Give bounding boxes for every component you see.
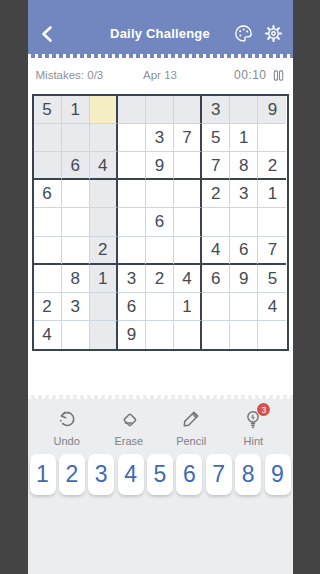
sudoku-cell-r4c2[interactable] (62, 180, 90, 208)
sudoku-cell-r9c1[interactable]: 4 (34, 321, 62, 349)
status-row: Mistakes: 0/3 Apr 13 00:10 (36, 58, 285, 94)
pencil-icon (180, 408, 202, 430)
undo-button[interactable]: Undo (41, 408, 93, 447)
sudoku-cell-r6c2[interactable] (62, 237, 90, 265)
undo-icon (56, 408, 78, 430)
sudoku-cell-r3c7[interactable]: 7 (202, 152, 230, 180)
nav-actions (233, 23, 284, 48)
sudoku-cell-r8c1[interactable]: 2 (34, 293, 62, 321)
sudoku-cell-r2c2[interactable] (62, 124, 90, 152)
sudoku-app: Daily Challenge (28, 0, 293, 574)
sudoku-cell-r4c1[interactable]: 6 (34, 180, 62, 208)
sudoku-cell-r8c4[interactable]: 6 (118, 293, 146, 321)
sudoku-cell-r7c2[interactable]: 8 (62, 265, 90, 293)
sudoku-cell-r5c6[interactable] (174, 208, 202, 236)
sudoku-cell-r1c1[interactable]: 5 (34, 96, 62, 124)
sudoku-cell-r8c7[interactable] (202, 293, 230, 321)
eraser-icon (118, 408, 140, 430)
sudoku-cell-r5c1[interactable] (34, 208, 62, 236)
sudoku-cell-r3c8[interactable]: 8 (230, 152, 258, 180)
sudoku-cell-r1c3[interactable] (90, 96, 118, 124)
sudoku-cell-r4c3[interactable] (90, 180, 118, 208)
sudoku-cell-r7c7[interactable]: 6 (202, 265, 230, 293)
sudoku-cell-r2c8[interactable]: 1 (230, 124, 258, 152)
sudoku-cell-r8c9[interactable]: 4 (258, 293, 286, 321)
sudoku-cell-r7c5[interactable]: 2 (146, 265, 174, 293)
sudoku-cell-r7c9[interactable]: 5 (258, 265, 286, 293)
sudoku-cell-r9c4[interactable]: 9 (118, 321, 146, 349)
hint-count-badge: 3 (257, 403, 270, 416)
sudoku-cell-r2c1[interactable] (34, 124, 62, 152)
sudoku-cell-r4c5[interactable] (146, 180, 174, 208)
sudoku-cell-r6c8[interactable]: 6 (230, 237, 258, 265)
sudoku-cell-r5c7[interactable] (202, 208, 230, 236)
sudoku-cell-r1c9[interactable]: 9 (258, 96, 286, 124)
pencil-button[interactable]: Pencil (165, 408, 217, 447)
numpad-key-4[interactable]: 4 (118, 454, 144, 495)
sudoku-cell-r6c7[interactable]: 4 (202, 237, 230, 265)
erase-label: Erase (115, 435, 144, 447)
undo-label: Undo (53, 435, 79, 447)
sudoku-cell-r9c9[interactable] (258, 321, 286, 349)
header: Daily Challenge (28, 0, 293, 54)
sudoku-cell-r5c2[interactable] (62, 208, 90, 236)
erase-button[interactable]: Erase (103, 408, 155, 447)
sudoku-grid: 51393751649782623162467813246952361449 (32, 94, 289, 351)
number-pad: 123456789 (28, 454, 293, 495)
nav-bar: Daily Challenge (28, 23, 293, 47)
pause-icon[interactable] (272, 69, 285, 82)
sudoku-cell-r3c1[interactable] (34, 152, 62, 180)
palette-icon (233, 23, 254, 44)
sudoku-cell-r4c6[interactable] (174, 180, 202, 208)
sudoku-cell-r6c5[interactable] (146, 237, 174, 265)
sudoku-cell-r1c5[interactable] (146, 96, 174, 124)
sudoku-cell-r1c8[interactable] (230, 96, 258, 124)
sudoku-cell-r1c4[interactable] (118, 96, 146, 124)
sudoku-cell-r6c3[interactable]: 2 (90, 237, 118, 265)
timer-value: 00:10 (234, 68, 267, 82)
numpad-key-2[interactable]: 2 (59, 454, 85, 495)
sudoku-cell-r9c3[interactable] (90, 321, 118, 349)
sudoku-cell-r1c6[interactable] (174, 96, 202, 124)
sudoku-cell-r6c9[interactable]: 7 (258, 237, 286, 265)
sudoku-cell-r5c9[interactable] (258, 208, 286, 236)
sudoku-cell-r3c3[interactable]: 4 (90, 152, 118, 180)
sudoku-cell-r4c8[interactable]: 3 (230, 180, 258, 208)
sudoku-cell-r2c7[interactable]: 5 (202, 124, 230, 152)
settings-button[interactable] (263, 23, 284, 48)
sudoku-cell-r6c6[interactable] (174, 237, 202, 265)
sudoku-cell-r7c1[interactable] (34, 265, 62, 293)
sudoku-cell-r3c5[interactable]: 9 (146, 152, 174, 180)
sudoku-cell-r3c9[interactable]: 2 (258, 152, 286, 180)
sudoku-cell-r3c4[interactable] (118, 152, 146, 180)
sudoku-cell-r2c9[interactable] (258, 124, 286, 152)
sudoku-cell-r1c2[interactable]: 1 (62, 96, 90, 124)
theme-palette-button[interactable] (233, 23, 254, 48)
sudoku-cell-r4c4[interactable] (118, 180, 146, 208)
sudoku-cell-r7c8[interactable]: 9 (230, 265, 258, 293)
timer-group: 00:10 (234, 68, 285, 82)
footer: Undo Erase Pencil 3 (28, 395, 293, 574)
sudoku-cell-r5c4[interactable] (118, 208, 146, 236)
sudoku-cell-r2c6[interactable]: 7 (174, 124, 202, 152)
sudoku-cell-r6c4[interactable] (118, 237, 146, 265)
sudoku-cell-r5c5[interactable]: 6 (146, 208, 174, 236)
numpad-key-1[interactable]: 1 (30, 454, 56, 495)
sudoku-cell-r9c7[interactable] (202, 321, 230, 349)
sudoku-cell-r8c8[interactable] (230, 293, 258, 321)
sudoku-cell-r7c4[interactable]: 3 (118, 265, 146, 293)
sudoku-cell-r3c2[interactable]: 6 (62, 152, 90, 180)
gear-icon (263, 23, 284, 44)
toolbar: Undo Erase Pencil 3 (28, 399, 293, 447)
numpad-key-3[interactable]: 3 (88, 454, 114, 495)
sudoku-cell-r8c2[interactable]: 3 (62, 293, 90, 321)
sudoku-cell-r7c6[interactable]: 4 (174, 265, 202, 293)
sudoku-cell-r1c7[interactable]: 3 (202, 96, 230, 124)
hint-button[interactable]: 3 Hint (227, 408, 279, 447)
sudoku-cell-r2c5[interactable]: 3 (146, 124, 174, 152)
sudoku-cell-r9c8[interactable] (230, 321, 258, 349)
sudoku-cell-r7c3[interactable]: 1 (90, 265, 118, 293)
sudoku-cell-r5c3[interactable] (90, 208, 118, 236)
sudoku-cell-r8c6[interactable]: 1 (174, 293, 202, 321)
sudoku-cell-r8c5[interactable] (146, 293, 174, 321)
pencil-label: Pencil (176, 435, 206, 447)
numpad-key-7[interactable]: 7 (206, 454, 232, 495)
sudoku-cell-r9c5[interactable] (146, 321, 174, 349)
numpad-key-5[interactable]: 5 (147, 454, 173, 495)
sudoku-cell-r3c6[interactable] (174, 152, 202, 180)
sudoku-cell-r6c1[interactable] (34, 237, 62, 265)
numpad-key-8[interactable]: 8 (235, 454, 261, 495)
sudoku-cell-r9c2[interactable] (62, 321, 90, 349)
sudoku-cell-r4c9[interactable]: 1 (258, 180, 286, 208)
sudoku-cell-r9c6[interactable] (174, 321, 202, 349)
numpad-key-9[interactable]: 9 (265, 454, 291, 495)
sudoku-cell-r8c3[interactable] (90, 293, 118, 321)
numpad-key-6[interactable]: 6 (176, 454, 202, 495)
hint-label: Hint (244, 435, 264, 447)
sudoku-cell-r4c7[interactable]: 2 (202, 180, 230, 208)
sudoku-cell-r5c8[interactable] (230, 208, 258, 236)
sudoku-cell-r2c4[interactable] (118, 124, 146, 152)
sudoku-cell-r2c3[interactable] (90, 124, 118, 152)
